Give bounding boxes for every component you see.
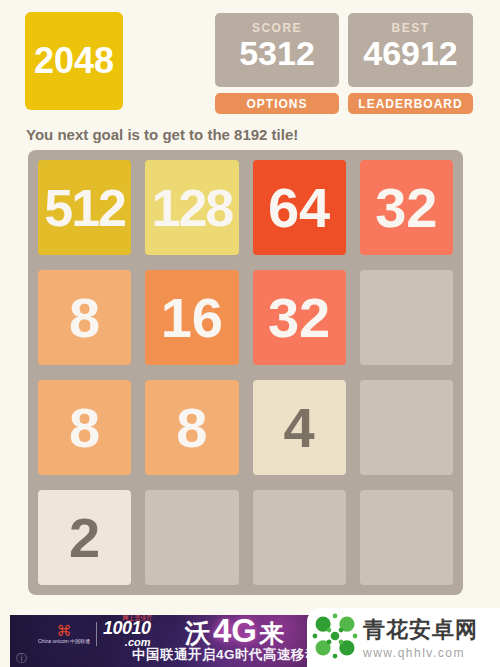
ad-headline-wo: 沃 — [185, 620, 211, 647]
board[interactable]: 5121286432816328842 — [28, 150, 463, 595]
ad-headline: 沃 4G 来 — [185, 615, 284, 647]
unicom-caption: China unicom 中国联通 — [38, 639, 90, 644]
goal-text: You next goal is to get to the 8192 tile… — [26, 126, 298, 143]
empty-cell — [253, 490, 346, 585]
tile-2: 2 — [38, 490, 131, 585]
tile-128: 128 — [145, 160, 238, 255]
tile-32: 32 — [253, 270, 346, 365]
score-box: SCORE 5312 — [215, 13, 339, 87]
qhhlv-clover-icon — [309, 610, 361, 666]
options-button[interactable]: OPTIONS — [215, 93, 339, 114]
best-box: BEST 46912 — [348, 13, 473, 87]
empty-cell — [145, 490, 238, 585]
unicom-knot-icon: ⌘ — [56, 623, 71, 638]
badge-url: www.qhhlv.com — [363, 646, 478, 660]
logo-2048: 2048 — [25, 12, 123, 110]
leaderboard-button[interactable]: LEADERBOARD — [348, 93, 473, 114]
unicom-logo-block: ⌘ China unicom 中国联通 10010 网上营业厅 .com — [38, 619, 151, 648]
score-label: SCORE — [252, 21, 302, 35]
divider — [96, 622, 97, 646]
empty-cell — [360, 380, 453, 475]
tile-32: 32 — [360, 160, 453, 255]
best-value: 46912 — [363, 36, 458, 70]
site-10010-logo: 10010 网上营业厅 .com — [103, 619, 151, 648]
ad-headline-lai: 来 — [259, 620, 284, 648]
tile-16: 16 — [145, 270, 238, 365]
tile-512: 512 — [38, 160, 131, 255]
ad-info-icon[interactable]: ⓘ — [16, 653, 27, 664]
site-badge[interactable]: 青花安卓网 www.qhhlv.com — [307, 608, 500, 667]
badge-title: 青花安卓网 — [363, 615, 478, 645]
tile-64: 64 — [253, 160, 346, 255]
tile-8: 8 — [38, 270, 131, 365]
tile-8: 8 — [145, 380, 238, 475]
empty-cell — [360, 270, 453, 365]
site-10010-tag: 网上营业厅 — [123, 615, 153, 621]
tile-4: 4 — [253, 380, 346, 475]
site-10010-text: 10010 — [103, 618, 151, 638]
ad-headline-4g: 4G — [213, 615, 257, 647]
page: 2048 SCORE 5312 BEST 46912 OPTIONS LEADE… — [0, 0, 500, 667]
tile-8: 8 — [38, 380, 131, 475]
score-value: 5312 — [239, 36, 315, 70]
empty-cell — [360, 490, 453, 585]
ad-subline: 中国联通开启4G时代高速移动宽 — [132, 646, 333, 664]
best-label: BEST — [391, 21, 429, 35]
